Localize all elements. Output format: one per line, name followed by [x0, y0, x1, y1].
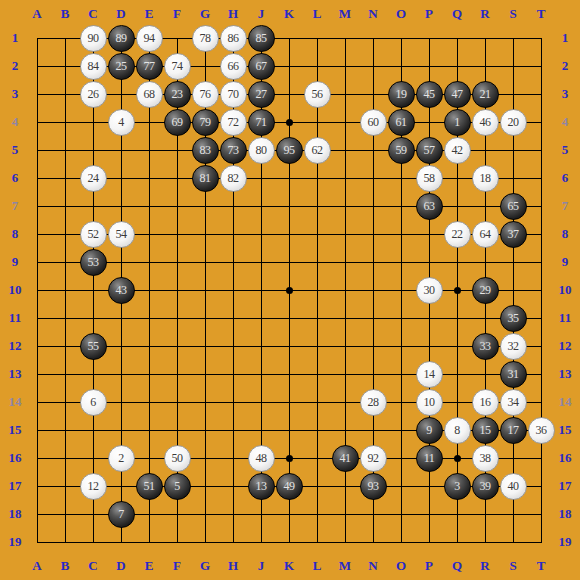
white-stone-C1-move-90: 90	[80, 25, 107, 52]
row-label-right-1: 1	[562, 30, 569, 46]
row-label-right-7: 7	[562, 198, 569, 214]
column-label-top-R: R	[480, 6, 489, 22]
row-label-left-11: 11	[9, 310, 21, 326]
row-label-left-8: 8	[12, 226, 19, 242]
white-stone-R16-move-38: 38	[472, 445, 499, 472]
black-stone-S15-move-17: 17	[500, 417, 527, 444]
white-stone-P14-move-10: 10	[416, 389, 443, 416]
black-stone-P5-move-57: 57	[416, 137, 443, 164]
white-stone-Q5-move-42: 42	[444, 137, 471, 164]
row-label-right-18: 18	[559, 506, 572, 522]
column-label-bottom-E: E	[145, 558, 154, 574]
row-label-right-6: 6	[562, 170, 569, 186]
black-stone-O5-move-59: 59	[388, 137, 415, 164]
column-label-top-C: C	[88, 6, 97, 22]
white-stone-F2-move-74: 74	[164, 53, 191, 80]
black-stone-D10-move-43: 43	[108, 277, 135, 304]
row-label-left-18: 18	[9, 506, 22, 522]
column-label-top-Q: Q	[452, 6, 462, 22]
black-stone-J1-move-85: 85	[248, 25, 275, 52]
row-label-right-8: 8	[562, 226, 569, 242]
black-stone-F4-move-69: 69	[164, 109, 191, 136]
black-stone-S7-move-65: 65	[500, 193, 527, 220]
row-label-right-5: 5	[562, 142, 569, 158]
white-stone-S14-move-34: 34	[500, 389, 527, 416]
column-label-bottom-S: S	[509, 558, 516, 574]
white-stone-S12-move-32: 32	[500, 333, 527, 360]
white-stone-Q8-move-22: 22	[444, 221, 471, 248]
column-label-bottom-L: L	[313, 558, 322, 574]
row-label-left-14: 14	[9, 394, 22, 410]
white-stone-D8-move-54: 54	[108, 221, 135, 248]
black-stone-J3-move-27: 27	[248, 81, 275, 108]
row-label-left-5: 5	[12, 142, 19, 158]
black-stone-J4-move-71: 71	[248, 109, 275, 136]
black-stone-P7-move-63: 63	[416, 193, 443, 220]
black-stone-O3-move-19: 19	[388, 81, 415, 108]
white-stone-J16-move-48: 48	[248, 445, 275, 472]
black-stone-P3-move-45: 45	[416, 81, 443, 108]
black-stone-E17-move-51: 51	[136, 473, 163, 500]
black-stone-G6-move-81: 81	[192, 165, 219, 192]
white-stone-R6-move-18: 18	[472, 165, 499, 192]
black-stone-R17-move-39: 39	[472, 473, 499, 500]
black-stone-S13-move-31: 31	[500, 361, 527, 388]
black-stone-F3-move-23: 23	[164, 81, 191, 108]
column-label-bottom-B: B	[61, 558, 70, 574]
column-label-top-E: E	[145, 6, 154, 22]
white-stone-C3-move-26: 26	[80, 81, 107, 108]
white-stone-C8-move-52: 52	[80, 221, 107, 248]
white-stone-L3-move-56: 56	[304, 81, 331, 108]
black-stone-D2-move-25: 25	[108, 53, 135, 80]
white-stone-R4-move-46: 46	[472, 109, 499, 136]
white-stone-C14-move-6: 6	[80, 389, 107, 416]
row-label-left-10: 10	[9, 282, 22, 298]
star-point-Q10	[454, 287, 461, 294]
row-label-left-15: 15	[9, 422, 22, 438]
row-label-right-9: 9	[562, 254, 569, 270]
black-stone-S11-move-35: 35	[500, 305, 527, 332]
black-stone-D18-move-7: 7	[108, 501, 135, 528]
column-label-top-J: J	[258, 6, 265, 22]
white-stone-Q15-move-8: 8	[444, 417, 471, 444]
white-stone-D16-move-2: 2	[108, 445, 135, 472]
row-label-left-17: 17	[9, 478, 22, 494]
white-stone-R14-move-16: 16	[472, 389, 499, 416]
row-label-right-19: 19	[559, 534, 572, 550]
white-stone-N14-move-28: 28	[360, 389, 387, 416]
black-stone-R3-move-21: 21	[472, 81, 499, 108]
white-stone-G1-move-78: 78	[192, 25, 219, 52]
column-label-bottom-H: H	[228, 558, 238, 574]
white-stone-F16-move-50: 50	[164, 445, 191, 472]
row-label-left-9: 9	[12, 254, 19, 270]
black-stone-J2-move-67: 67	[248, 53, 275, 80]
goban-grid: 1234567891011121314151617181920212223242…	[37, 38, 542, 543]
column-label-top-S: S	[509, 6, 516, 22]
white-stone-T15-move-36: 36	[528, 417, 555, 444]
black-stone-K5-move-95: 95	[276, 137, 303, 164]
row-label-left-3: 3	[12, 86, 19, 102]
black-stone-O4-move-61: 61	[388, 109, 415, 136]
black-stone-M16-move-41: 41	[332, 445, 359, 472]
black-stone-E2-move-77: 77	[136, 53, 163, 80]
row-label-left-16: 16	[9, 450, 22, 466]
white-stone-S17-move-40: 40	[500, 473, 527, 500]
row-label-left-2: 2	[12, 58, 19, 74]
black-stone-D1-move-89: 89	[108, 25, 135, 52]
column-label-bottom-R: R	[480, 558, 489, 574]
row-label-right-3: 3	[562, 86, 569, 102]
column-label-top-O: O	[396, 6, 406, 22]
row-label-left-4: 4	[12, 114, 19, 130]
black-stone-C9-move-53: 53	[80, 249, 107, 276]
white-stone-C2-move-84: 84	[80, 53, 107, 80]
white-stone-P6-move-58: 58	[416, 165, 443, 192]
column-label-bottom-D: D	[116, 558, 125, 574]
white-stone-J5-move-80: 80	[248, 137, 275, 164]
black-stone-Q17-move-3: 3	[444, 473, 471, 500]
column-label-top-G: G	[200, 6, 210, 22]
star-point-K10	[286, 287, 293, 294]
black-stone-Q3-move-47: 47	[444, 81, 471, 108]
row-label-left-19: 19	[9, 534, 22, 550]
column-label-bottom-T: T	[537, 558, 546, 574]
column-label-bottom-Q: Q	[452, 558, 462, 574]
column-label-top-K: K	[284, 6, 294, 22]
white-stone-P13-move-14: 14	[416, 361, 443, 388]
column-label-bottom-M: M	[339, 558, 351, 574]
column-label-top-N: N	[368, 6, 377, 22]
column-label-top-B: B	[61, 6, 70, 22]
row-label-right-17: 17	[559, 478, 572, 494]
black-stone-F17-move-5: 5	[164, 473, 191, 500]
row-label-right-4: 4	[562, 114, 569, 130]
column-label-top-D: D	[116, 6, 125, 22]
black-stone-Q4-move-1: 1	[444, 109, 471, 136]
white-stone-H4-move-72: 72	[220, 109, 247, 136]
column-label-top-T: T	[537, 6, 546, 22]
black-stone-R10-move-29: 29	[472, 277, 499, 304]
black-stone-N17-move-93: 93	[360, 473, 387, 500]
white-stone-E1-move-94: 94	[136, 25, 163, 52]
row-label-left-13: 13	[9, 366, 22, 382]
white-stone-D4-move-4: 4	[108, 109, 135, 136]
white-stone-H2-move-66: 66	[220, 53, 247, 80]
white-stone-S4-move-20: 20	[500, 109, 527, 136]
star-point-K16	[286, 455, 293, 462]
black-stone-P15-move-9: 9	[416, 417, 443, 444]
column-label-bottom-C: C	[88, 558, 97, 574]
column-label-top-L: L	[313, 6, 322, 22]
black-stone-H5-move-73: 73	[220, 137, 247, 164]
white-stone-C17-move-12: 12	[80, 473, 107, 500]
row-label-right-13: 13	[559, 366, 572, 382]
column-label-top-H: H	[228, 6, 238, 22]
column-label-top-A: A	[32, 6, 41, 22]
black-stone-R15-move-15: 15	[472, 417, 499, 444]
row-label-left-7: 7	[12, 198, 19, 214]
black-stone-R12-move-33: 33	[472, 333, 499, 360]
row-label-right-14: 14	[559, 394, 572, 410]
white-stone-L5-move-62: 62	[304, 137, 331, 164]
column-label-bottom-F: F	[173, 558, 181, 574]
star-point-Q16	[454, 455, 461, 462]
black-stone-J17-move-13: 13	[248, 473, 275, 500]
black-stone-C12-move-55: 55	[80, 333, 107, 360]
white-stone-R8-move-64: 64	[472, 221, 499, 248]
row-label-right-16: 16	[559, 450, 572, 466]
white-stone-G3-move-76: 76	[192, 81, 219, 108]
row-label-right-2: 2	[562, 58, 569, 74]
row-label-right-15: 15	[559, 422, 572, 438]
column-label-bottom-N: N	[368, 558, 377, 574]
white-stone-H1-move-86: 86	[220, 25, 247, 52]
black-stone-P16-move-11: 11	[416, 445, 443, 472]
column-label-bottom-K: K	[284, 558, 294, 574]
star-point-K4	[286, 119, 293, 126]
black-stone-G4-move-79: 79	[192, 109, 219, 136]
column-label-bottom-A: A	[32, 558, 41, 574]
black-stone-S8-move-37: 37	[500, 221, 527, 248]
column-label-bottom-G: G	[200, 558, 210, 574]
white-stone-N16-move-92: 92	[360, 445, 387, 472]
row-label-right-10: 10	[559, 282, 572, 298]
white-stone-H6-move-82: 82	[220, 165, 247, 192]
white-stone-H3-move-70: 70	[220, 81, 247, 108]
white-stone-E3-move-68: 68	[136, 81, 163, 108]
column-label-bottom-O: O	[396, 558, 406, 574]
white-stone-N4-move-60: 60	[360, 109, 387, 136]
column-label-top-F: F	[173, 6, 181, 22]
black-stone-G5-move-83: 83	[192, 137, 219, 164]
column-label-top-M: M	[339, 6, 351, 22]
black-stone-K17-move-49: 49	[276, 473, 303, 500]
row-label-right-12: 12	[559, 338, 572, 354]
column-label-top-P: P	[425, 6, 433, 22]
row-label-left-1: 1	[12, 30, 19, 46]
row-label-left-6: 6	[12, 170, 19, 186]
white-stone-P10-move-30: 30	[416, 277, 443, 304]
white-stone-C6-move-24: 24	[80, 165, 107, 192]
row-label-left-12: 12	[9, 338, 22, 354]
column-label-bottom-P: P	[425, 558, 433, 574]
row-label-right-11: 11	[559, 310, 571, 326]
column-label-bottom-J: J	[258, 558, 265, 574]
